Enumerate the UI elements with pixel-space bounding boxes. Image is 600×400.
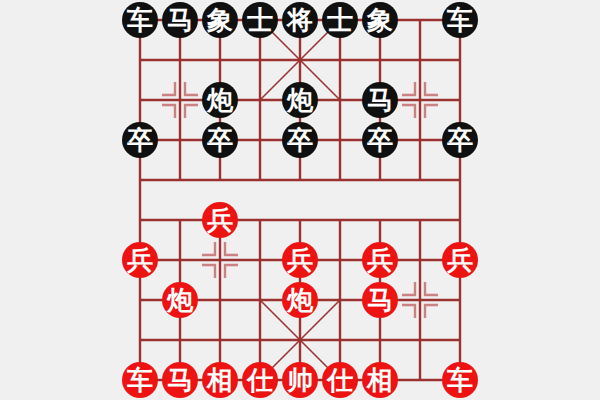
piece-red-horse[interactable]: 马: [362, 282, 398, 318]
piece-black-chariot[interactable]: 车: [442, 2, 478, 38]
piece-black-soldier[interactable]: 卒: [442, 122, 478, 158]
piece-red-elephant[interactable]: 相: [202, 362, 238, 398]
piece-red-advisor[interactable]: 仕: [242, 362, 278, 398]
piece-black-chariot[interactable]: 车: [122, 2, 158, 38]
piece-black-soldier[interactable]: 卒: [122, 122, 158, 158]
piece-red-soldier[interactable]: 兵: [442, 242, 478, 278]
piece-grid: 车马象士将士象车炮炮马卒卒卒卒卒兵兵兵兵兵炮炮马车马相仕帅仕相车: [120, 0, 480, 400]
piece-red-soldier[interactable]: 兵: [362, 242, 398, 278]
piece-black-elephant[interactable]: 象: [202, 2, 238, 38]
piece-black-soldier[interactable]: 卒: [202, 122, 238, 158]
piece-black-advisor[interactable]: 士: [242, 2, 278, 38]
piece-black-cannon[interactable]: 炮: [202, 82, 238, 118]
piece-red-soldier[interactable]: 兵: [122, 242, 158, 278]
piece-black-soldier[interactable]: 卒: [362, 122, 398, 158]
piece-black-elephant[interactable]: 象: [362, 2, 398, 38]
piece-red-cannon[interactable]: 炮: [162, 282, 198, 318]
piece-black-horse[interactable]: 马: [162, 2, 198, 38]
piece-red-chariot[interactable]: 车: [442, 362, 478, 398]
piece-red-horse[interactable]: 马: [162, 362, 198, 398]
piece-black-advisor[interactable]: 士: [322, 2, 358, 38]
piece-red-soldier[interactable]: 兵: [282, 242, 318, 278]
piece-red-elephant[interactable]: 相: [362, 362, 398, 398]
piece-red-cannon[interactable]: 炮: [282, 282, 318, 318]
piece-red-chariot[interactable]: 车: [122, 362, 158, 398]
piece-red-general[interactable]: 帅: [282, 362, 318, 398]
piece-black-soldier[interactable]: 卒: [282, 122, 318, 158]
xiangqi-board: 车马象士将士象车炮炮马卒卒卒卒卒兵兵兵兵兵炮炮马车马相仕帅仕相车: [0, 0, 600, 400]
piece-black-cannon[interactable]: 炮: [282, 82, 318, 118]
piece-black-general[interactable]: 将: [282, 2, 318, 38]
piece-black-horse[interactable]: 马: [362, 82, 398, 118]
piece-red-soldier[interactable]: 兵: [202, 202, 238, 238]
piece-red-advisor[interactable]: 仕: [322, 362, 358, 398]
